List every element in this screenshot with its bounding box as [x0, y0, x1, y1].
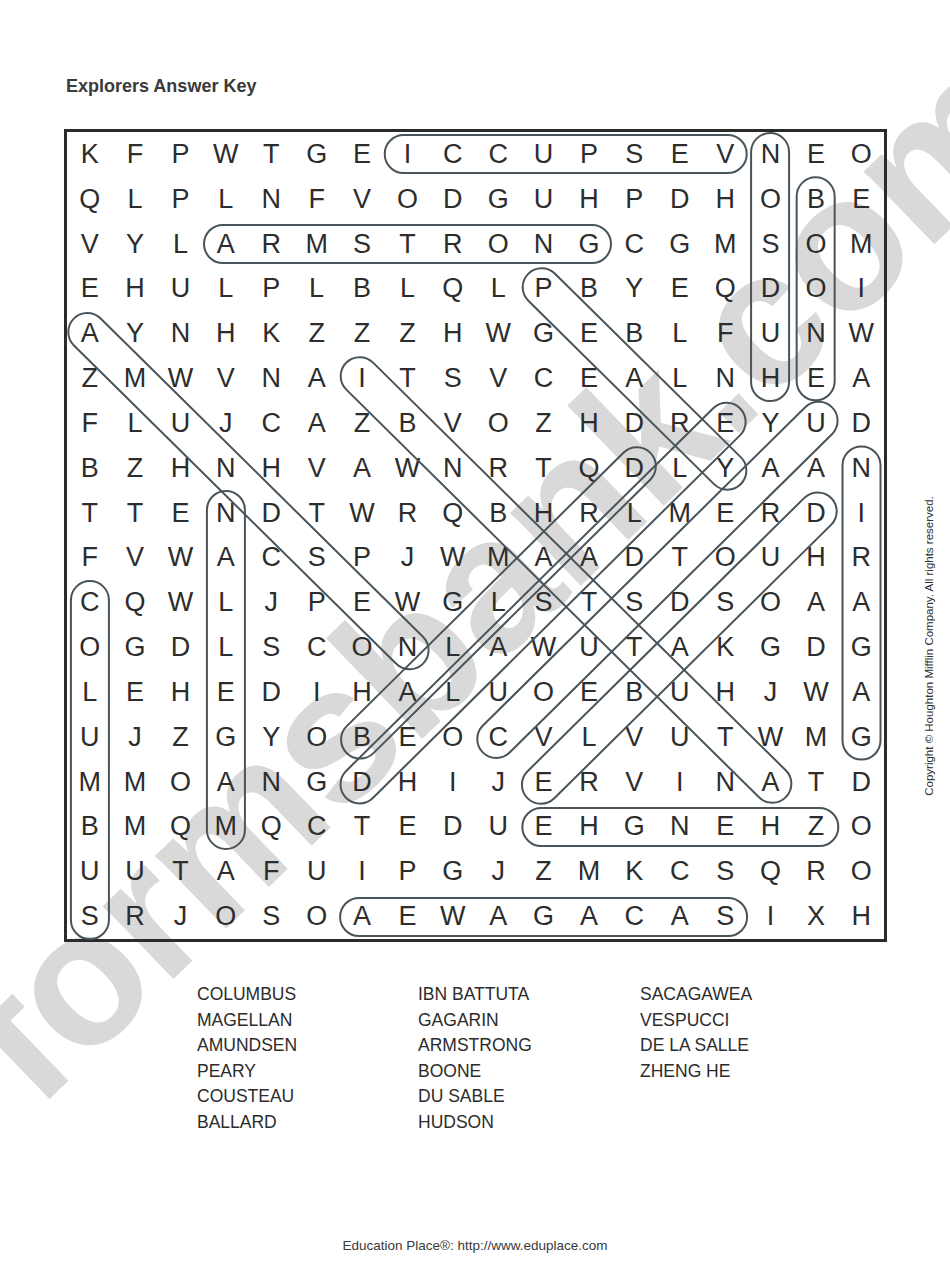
grid-cell: H: [249, 446, 294, 491]
grid-cell: A: [203, 535, 248, 580]
page-title: Explorers Answer Key: [66, 76, 256, 97]
grid-cell: Y: [748, 401, 793, 446]
grid-cell: L: [476, 580, 521, 625]
grid-cell: Q: [67, 177, 112, 222]
word-list-item: AMUNDSEN: [197, 1033, 297, 1059]
grid-cell: V: [612, 715, 657, 760]
grid-cell: G: [294, 760, 339, 805]
word-search-board: KFPWTGEICCUPSEVNEOQLPLNFVODGUHPDHOBEVYLA…: [64, 129, 887, 942]
grid-cell: A: [748, 760, 793, 805]
grid-cell: R: [112, 894, 157, 939]
grid-cell: M: [476, 535, 521, 580]
grid-cell: O: [839, 132, 884, 177]
grid-cell: F: [67, 401, 112, 446]
grid-cell: G: [294, 132, 339, 177]
grid-cell: V: [521, 715, 566, 760]
grid-cell: F: [112, 132, 157, 177]
grid-cell: D: [339, 760, 384, 805]
grid-cell: T: [521, 446, 566, 491]
grid-cell: U: [476, 670, 521, 715]
grid-cell: I: [294, 670, 339, 715]
grid-cell: U: [112, 849, 157, 894]
grid-cell: A: [657, 894, 702, 939]
grid-cell: G: [748, 625, 793, 670]
grid-cell: M: [702, 222, 747, 267]
word-list-item: DE LA SALLE: [640, 1033, 752, 1059]
grid-cell: I: [385, 132, 430, 177]
grid-cell: A: [294, 401, 339, 446]
grid-cell: G: [476, 177, 521, 222]
grid-cell: P: [566, 132, 611, 177]
grid-cell: R: [839, 535, 884, 580]
grid-cell: O: [476, 222, 521, 267]
grid-cell: C: [249, 535, 294, 580]
grid-cell: C: [612, 222, 657, 267]
grid-cell: G: [430, 849, 475, 894]
grid-cell: A: [339, 894, 384, 939]
grid-cell: P: [521, 266, 566, 311]
grid-cell: N: [702, 356, 747, 401]
grid-cell: A: [521, 535, 566, 580]
grid-cell: W: [158, 356, 203, 401]
grid-cell: I: [339, 356, 384, 401]
grid-cell: B: [67, 446, 112, 491]
grid-cell: D: [657, 580, 702, 625]
grid-cell: W: [430, 535, 475, 580]
grid-cell: A: [476, 625, 521, 670]
grid-cell: X: [793, 894, 838, 939]
grid-cell: O: [294, 715, 339, 760]
worksheet-page: formsbank.com Explorers Answer Key KFPWT…: [0, 0, 950, 1265]
grid-cell: N: [430, 446, 475, 491]
grid-cell: W: [158, 580, 203, 625]
grid-cell: R: [748, 491, 793, 536]
grid-cell: F: [67, 535, 112, 580]
grid-cell: P: [158, 132, 203, 177]
grid-cell: C: [476, 132, 521, 177]
grid-cell: J: [476, 849, 521, 894]
grid-cell: D: [158, 625, 203, 670]
grid-cell: S: [521, 580, 566, 625]
grid-cell: U: [748, 535, 793, 580]
grid-cell: I: [839, 266, 884, 311]
grid-cell: I: [839, 491, 884, 536]
grid-cell: D: [748, 266, 793, 311]
grid-cell: J: [748, 670, 793, 715]
grid-cell: J: [112, 715, 157, 760]
grid-cell: B: [566, 266, 611, 311]
grid-cell: G: [430, 580, 475, 625]
grid-cell: A: [203, 222, 248, 267]
grid-cell: N: [249, 177, 294, 222]
grid-cell: A: [339, 446, 384, 491]
grid-cell: L: [294, 266, 339, 311]
grid-cell: K: [67, 132, 112, 177]
grid-cell: S: [67, 894, 112, 939]
grid-cell: R: [566, 760, 611, 805]
grid-cell: V: [430, 401, 475, 446]
grid-cell: E: [385, 804, 430, 849]
grid-cell: O: [793, 266, 838, 311]
grid-cell: Y: [612, 266, 657, 311]
grid-cell: G: [612, 804, 657, 849]
grid-cell: L: [430, 625, 475, 670]
grid-cell: D: [839, 760, 884, 805]
grid-cell: V: [294, 446, 339, 491]
grid-cell: R: [385, 491, 430, 536]
grid-cell: S: [249, 894, 294, 939]
grid-cell: A: [793, 580, 838, 625]
copyright-text: Copyright © Houghton Mifflin Company. Al…: [923, 431, 935, 861]
grid-cell: A: [203, 760, 248, 805]
grid-cell: O: [294, 894, 339, 939]
grid-cell: L: [612, 491, 657, 536]
grid-cell: E: [839, 177, 884, 222]
grid-cell: T: [249, 132, 294, 177]
grid-cell: B: [793, 177, 838, 222]
grid-cell: U: [294, 849, 339, 894]
grid-cell: B: [385, 401, 430, 446]
grid-cell: N: [657, 804, 702, 849]
grid-cell: D: [657, 177, 702, 222]
word-list-item: BALLARD: [197, 1110, 297, 1136]
grid-cell: E: [385, 894, 430, 939]
word-list-item: ARMSTRONG: [418, 1033, 532, 1059]
grid-cell: H: [385, 760, 430, 805]
grid-cell: H: [566, 401, 611, 446]
grid-cell: Z: [521, 401, 566, 446]
grid-cell: E: [521, 804, 566, 849]
grid-cell: R: [476, 446, 521, 491]
grid-cell: B: [612, 311, 657, 356]
grid-cell: H: [203, 311, 248, 356]
grid-cell: S: [249, 625, 294, 670]
grid-cell: T: [657, 535, 702, 580]
grid-cell: I: [339, 849, 384, 894]
grid-cell: B: [67, 804, 112, 849]
grid-cell: Z: [521, 849, 566, 894]
grid-cell: L: [203, 625, 248, 670]
grid-cell: S: [430, 356, 475, 401]
grid-cell: E: [657, 266, 702, 311]
grid-cell: R: [793, 849, 838, 894]
word-list-item: SACAGAWEA: [640, 982, 752, 1008]
grid-cell: E: [566, 311, 611, 356]
grid-cell: O: [748, 580, 793, 625]
grid-cell: R: [657, 401, 702, 446]
grid-cell: W: [339, 491, 384, 536]
grid-cell: B: [339, 266, 384, 311]
grid-cell: T: [612, 625, 657, 670]
grid-cell: D: [793, 491, 838, 536]
grid-cell: L: [566, 715, 611, 760]
grid-cell: N: [203, 491, 248, 536]
grid-cell: S: [294, 535, 339, 580]
grid-cell: T: [566, 580, 611, 625]
grid-cell: K: [612, 849, 657, 894]
grid-cell: E: [67, 266, 112, 311]
word-list-item: HUDSON: [418, 1110, 532, 1136]
grid-cell: Z: [112, 446, 157, 491]
grid-cell: O: [203, 894, 248, 939]
grid-cell: E: [793, 132, 838, 177]
grid-cell: D: [249, 670, 294, 715]
word-list-item: VESPUCCI: [640, 1008, 752, 1034]
grid-cell: E: [702, 491, 747, 536]
grid-cell: A: [385, 670, 430, 715]
word-list-item: MAGELLAN: [197, 1008, 297, 1034]
grid-cell: A: [793, 446, 838, 491]
grid-cell: A: [203, 849, 248, 894]
grid-cell: B: [339, 715, 384, 760]
grid-cell: D: [249, 491, 294, 536]
grid-cell: R: [566, 491, 611, 536]
grid-cell: U: [158, 266, 203, 311]
grid-cell: V: [476, 356, 521, 401]
grid-cell: Z: [67, 356, 112, 401]
grid-cell: D: [430, 177, 475, 222]
grid-cell: G: [112, 625, 157, 670]
grid-cell: H: [430, 311, 475, 356]
grid-cell: V: [112, 535, 157, 580]
grid-cell: S: [612, 580, 657, 625]
grid-cell: U: [566, 625, 611, 670]
grid-cell: D: [793, 625, 838, 670]
grid-cell: H: [748, 804, 793, 849]
grid-cell: D: [612, 401, 657, 446]
grid-cell: W: [748, 715, 793, 760]
grid-cell: T: [67, 491, 112, 536]
grid-cell: E: [793, 356, 838, 401]
grid-cell: H: [158, 446, 203, 491]
grid-cell: E: [657, 132, 702, 177]
word-search-grid: KFPWTGEICCUPSEVNEOQLPLNFVODGUHPDHOBEVYLA…: [67, 132, 884, 939]
grid-cell: T: [294, 491, 339, 536]
grid-cell: K: [702, 625, 747, 670]
grid-cell: N: [249, 356, 294, 401]
grid-cell: T: [793, 760, 838, 805]
grid-cell: V: [339, 177, 384, 222]
grid-cell: U: [748, 311, 793, 356]
grid-cell: O: [430, 715, 475, 760]
grid-cell: A: [839, 670, 884, 715]
grid-cell: M: [294, 222, 339, 267]
grid-cell: O: [385, 177, 430, 222]
grid-cell: D: [612, 535, 657, 580]
grid-cell: W: [839, 311, 884, 356]
grid-cell: U: [793, 401, 838, 446]
grid-cell: E: [702, 804, 747, 849]
grid-cell: A: [839, 356, 884, 401]
grid-cell: M: [203, 804, 248, 849]
grid-cell: I: [748, 894, 793, 939]
grid-cell: G: [203, 715, 248, 760]
grid-cell: A: [566, 535, 611, 580]
grid-cell: O: [839, 849, 884, 894]
grid-cell: A: [476, 894, 521, 939]
grid-cell: E: [566, 356, 611, 401]
grid-cell: I: [430, 760, 475, 805]
grid-cell: L: [657, 311, 702, 356]
grid-cell: C: [612, 894, 657, 939]
grid-cell: B: [476, 491, 521, 536]
grid-cell: L: [203, 177, 248, 222]
grid-cell: P: [339, 535, 384, 580]
grid-cell: A: [294, 356, 339, 401]
grid-cell: L: [67, 670, 112, 715]
grid-cell: A: [748, 446, 793, 491]
grid-cell: T: [702, 715, 747, 760]
grid-cell: J: [249, 580, 294, 625]
grid-cell: U: [67, 715, 112, 760]
grid-cell: A: [566, 894, 611, 939]
grid-cell: Z: [339, 311, 384, 356]
grid-cell: E: [339, 132, 384, 177]
grid-cell: C: [249, 401, 294, 446]
grid-cell: S: [702, 580, 747, 625]
grid-cell: P: [158, 177, 203, 222]
word-list-item: COUSTEAU: [197, 1084, 297, 1110]
grid-cell: Z: [793, 804, 838, 849]
grid-cell: W: [158, 535, 203, 580]
grid-cell: Q: [430, 266, 475, 311]
grid-cell: S: [748, 222, 793, 267]
grid-cell: N: [249, 760, 294, 805]
grid-cell: O: [793, 222, 838, 267]
grid-cell: Y: [702, 446, 747, 491]
grid-cell: L: [158, 222, 203, 267]
grid-cell: H: [702, 670, 747, 715]
grid-cell: O: [839, 804, 884, 849]
grid-cell: M: [566, 849, 611, 894]
grid-cell: E: [385, 715, 430, 760]
word-list-column-3: SACAGAWEAVESPUCCIDE LA SALLEZHENG HE: [640, 982, 752, 1084]
grid-cell: C: [67, 580, 112, 625]
grid-cell: S: [702, 894, 747, 939]
grid-cell: L: [476, 266, 521, 311]
grid-cell: Q: [702, 266, 747, 311]
grid-cell: H: [839, 894, 884, 939]
grid-cell: Y: [112, 311, 157, 356]
grid-cell: W: [521, 625, 566, 670]
word-list-item: COLUMBUS: [197, 982, 297, 1008]
grid-cell: U: [476, 804, 521, 849]
grid-cell: C: [430, 132, 475, 177]
grid-cell: C: [657, 849, 702, 894]
word-list-item: BOONE: [418, 1059, 532, 1085]
grid-cell: A: [657, 625, 702, 670]
grid-cell: O: [67, 625, 112, 670]
grid-cell: Q: [748, 849, 793, 894]
grid-cell: G: [521, 311, 566, 356]
grid-cell: N: [702, 760, 747, 805]
grid-cell: H: [158, 670, 203, 715]
grid-cell: W: [203, 132, 248, 177]
grid-cell: O: [158, 760, 203, 805]
grid-cell: U: [657, 715, 702, 760]
grid-cell: H: [521, 491, 566, 536]
grid-cell: Q: [249, 804, 294, 849]
grid-cell: T: [158, 849, 203, 894]
grid-cell: H: [112, 266, 157, 311]
grid-cell: E: [521, 760, 566, 805]
grid-cell: M: [67, 760, 112, 805]
grid-cell: M: [839, 222, 884, 267]
grid-cell: E: [566, 670, 611, 715]
grid-cell: U: [521, 132, 566, 177]
grid-cell: N: [748, 132, 793, 177]
grid-cell: O: [748, 177, 793, 222]
grid-cell: W: [385, 446, 430, 491]
grid-cell: W: [430, 894, 475, 939]
grid-cell: L: [112, 177, 157, 222]
grid-cell: V: [702, 132, 747, 177]
grid-cell: W: [385, 580, 430, 625]
grid-cell: Q: [158, 804, 203, 849]
grid-cell: L: [385, 266, 430, 311]
grid-cell: H: [339, 670, 384, 715]
word-list-item: IBN BATTUTA: [418, 982, 532, 1008]
grid-cell: Z: [385, 311, 430, 356]
grid-cell: S: [339, 222, 384, 267]
grid-cell: A: [839, 580, 884, 625]
grid-cell: U: [67, 849, 112, 894]
grid-cell: M: [657, 491, 702, 536]
grid-cell: Z: [339, 401, 384, 446]
grid-cell: J: [476, 760, 521, 805]
grid-cell: S: [612, 132, 657, 177]
grid-cell: E: [339, 580, 384, 625]
grid-cell: N: [793, 311, 838, 356]
grid-cell: L: [112, 401, 157, 446]
grid-cell: N: [521, 222, 566, 267]
grid-cell: S: [702, 849, 747, 894]
grid-cell: M: [112, 804, 157, 849]
grid-cell: G: [839, 625, 884, 670]
grid-cell: O: [339, 625, 384, 670]
grid-cell: W: [476, 311, 521, 356]
grid-cell: V: [203, 356, 248, 401]
grid-cell: T: [385, 222, 430, 267]
grid-cell: L: [203, 580, 248, 625]
grid-cell: V: [612, 760, 657, 805]
grid-cell: D: [430, 804, 475, 849]
grid-cell: D: [839, 401, 884, 446]
footer-text: Education Place®: http://www.eduplace.co…: [0, 1238, 950, 1253]
grid-cell: C: [476, 715, 521, 760]
grid-cell: J: [158, 894, 203, 939]
grid-cell: M: [112, 760, 157, 805]
grid-cell: Q: [430, 491, 475, 536]
grid-cell: P: [385, 849, 430, 894]
grid-cell: T: [339, 804, 384, 849]
grid-cell: N: [839, 446, 884, 491]
word-list-column-1: COLUMBUSMAGELLANAMUNDSENPEARYCOUSTEAUBAL…: [197, 982, 297, 1135]
grid-cell: L: [430, 670, 475, 715]
grid-cell: U: [521, 177, 566, 222]
grid-cell: R: [249, 222, 294, 267]
grid-cell: H: [566, 177, 611, 222]
grid-cell: F: [249, 849, 294, 894]
grid-cell: G: [566, 222, 611, 267]
grid-cell: N: [385, 625, 430, 670]
grid-cell: Q: [566, 446, 611, 491]
grid-cell: E: [158, 491, 203, 536]
grid-cell: B: [612, 670, 657, 715]
grid-cell: W: [793, 670, 838, 715]
grid-cell: H: [702, 177, 747, 222]
grid-cell: T: [385, 356, 430, 401]
